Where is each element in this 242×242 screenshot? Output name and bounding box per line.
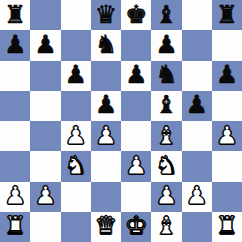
- square-d1[interactable]: ♛: [91, 212, 121, 242]
- square-d6[interactable]: [91, 61, 121, 91]
- square-e5[interactable]: [121, 91, 151, 121]
- square-e4[interactable]: [121, 121, 151, 151]
- square-h2[interactable]: [212, 182, 242, 212]
- piece-white-knight[interactable]: ♞: [155, 153, 177, 178]
- square-g7[interactable]: [182, 30, 212, 60]
- square-g6[interactable]: [182, 61, 212, 91]
- square-f8[interactable]: ♝: [151, 0, 181, 30]
- piece-white-pawn[interactable]: ♟: [185, 183, 207, 208]
- square-f4[interactable]: ♝: [151, 121, 181, 151]
- piece-black-pawn[interactable]: ♟: [95, 92, 117, 117]
- piece-white-knight[interactable]: ♞: [64, 153, 86, 178]
- square-b4[interactable]: [30, 121, 60, 151]
- square-g3[interactable]: [182, 151, 212, 181]
- piece-black-pawn[interactable]: ♟: [216, 62, 238, 87]
- piece-white-pawn[interactable]: ♟: [64, 123, 86, 148]
- square-c8[interactable]: [61, 0, 91, 30]
- piece-black-knight[interactable]: ♞: [155, 62, 177, 87]
- square-d2[interactable]: [91, 182, 121, 212]
- square-e3[interactable]: ♟: [121, 151, 151, 181]
- square-a5[interactable]: [0, 91, 30, 121]
- board-container: ♜♛♚♝♜♟♟♞♟♟♟♞♟♟♝♟♟♟♝♟♞♟♞♟♟♟♟♜♛♚♝♜: [0, 0, 242, 242]
- piece-black-pawn[interactable]: ♟: [185, 92, 207, 117]
- piece-black-pawn[interactable]: ♟: [155, 32, 177, 57]
- square-d8[interactable]: ♛: [91, 0, 121, 30]
- square-h6[interactable]: ♟: [212, 61, 242, 91]
- piece-white-pawn[interactable]: ♟: [125, 153, 147, 178]
- square-e7[interactable]: [121, 30, 151, 60]
- square-b7[interactable]: ♟: [30, 30, 60, 60]
- piece-white-bishop[interactable]: ♝: [155, 123, 177, 148]
- square-e6[interactable]: ♟: [121, 61, 151, 91]
- piece-white-pawn[interactable]: ♟: [4, 183, 26, 208]
- square-b6[interactable]: [30, 61, 60, 91]
- square-a1[interactable]: ♜: [0, 212, 30, 242]
- square-f6[interactable]: ♞: [151, 61, 181, 91]
- piece-white-rook[interactable]: ♜: [4, 213, 26, 238]
- square-c7[interactable]: [61, 30, 91, 60]
- square-b5[interactable]: [30, 91, 60, 121]
- square-b1[interactable]: [30, 212, 60, 242]
- square-a7[interactable]: ♟: [0, 30, 30, 60]
- square-h8[interactable]: ♜: [212, 0, 242, 30]
- chess-board: ♜♛♚♝♜♟♟♞♟♟♟♞♟♟♝♟♟♟♝♟♞♟♞♟♟♟♟♜♛♚♝♜: [0, 0, 242, 242]
- square-c1[interactable]: [61, 212, 91, 242]
- square-f1[interactable]: ♝: [151, 212, 181, 242]
- piece-white-pawn[interactable]: ♟: [34, 183, 56, 208]
- square-f2[interactable]: ♟: [151, 182, 181, 212]
- square-b3[interactable]: [30, 151, 60, 181]
- square-b2[interactable]: ♟: [30, 182, 60, 212]
- piece-black-rook[interactable]: ♜: [216, 2, 238, 27]
- square-d5[interactable]: ♟: [91, 91, 121, 121]
- square-h1[interactable]: ♜: [212, 212, 242, 242]
- square-h5[interactable]: [212, 91, 242, 121]
- square-h7[interactable]: [212, 30, 242, 60]
- square-b8[interactable]: [30, 0, 60, 30]
- square-c6[interactable]: ♟: [61, 61, 91, 91]
- piece-black-bishop[interactable]: ♝: [155, 92, 177, 117]
- square-e8[interactable]: ♚: [121, 0, 151, 30]
- piece-black-knight[interactable]: ♞: [95, 32, 117, 57]
- square-f7[interactable]: ♟: [151, 30, 181, 60]
- piece-black-king[interactable]: ♚: [125, 2, 147, 27]
- square-e1[interactable]: ♚: [121, 212, 151, 242]
- piece-white-bishop[interactable]: ♝: [155, 213, 177, 238]
- piece-white-queen[interactable]: ♛: [95, 213, 117, 238]
- square-a8[interactable]: ♜: [0, 0, 30, 30]
- square-h4[interactable]: ♟: [212, 121, 242, 151]
- piece-black-pawn[interactable]: ♟: [64, 62, 86, 87]
- square-c4[interactable]: ♟: [61, 121, 91, 151]
- square-c5[interactable]: [61, 91, 91, 121]
- square-f3[interactable]: ♞: [151, 151, 181, 181]
- square-g8[interactable]: [182, 0, 212, 30]
- piece-white-rook[interactable]: ♜: [216, 213, 238, 238]
- square-d7[interactable]: ♞: [91, 30, 121, 60]
- square-c2[interactable]: [61, 182, 91, 212]
- square-e2[interactable]: [121, 182, 151, 212]
- piece-black-queen[interactable]: ♛: [95, 2, 117, 27]
- square-d3[interactable]: [91, 151, 121, 181]
- square-a2[interactable]: ♟: [0, 182, 30, 212]
- piece-white-pawn[interactable]: ♟: [216, 123, 238, 148]
- square-f5[interactable]: ♝: [151, 91, 181, 121]
- square-h3[interactable]: [212, 151, 242, 181]
- square-g5[interactable]: ♟: [182, 91, 212, 121]
- piece-black-pawn[interactable]: ♟: [4, 32, 26, 57]
- square-d4[interactable]: ♟: [91, 121, 121, 151]
- square-a6[interactable]: [0, 61, 30, 91]
- square-a3[interactable]: [0, 151, 30, 181]
- piece-white-pawn[interactable]: ♟: [155, 183, 177, 208]
- square-g1[interactable]: [182, 212, 212, 242]
- square-g4[interactable]: [182, 121, 212, 151]
- piece-white-king[interactable]: ♚: [125, 213, 147, 238]
- piece-black-bishop[interactable]: ♝: [155, 2, 177, 27]
- square-c3[interactable]: ♞: [61, 151, 91, 181]
- piece-white-pawn[interactable]: ♟: [95, 123, 117, 148]
- square-a4[interactable]: [0, 121, 30, 151]
- piece-black-rook[interactable]: ♜: [4, 2, 26, 27]
- piece-black-pawn[interactable]: ♟: [125, 62, 147, 87]
- square-g2[interactable]: ♟: [182, 182, 212, 212]
- piece-black-pawn[interactable]: ♟: [34, 32, 56, 57]
